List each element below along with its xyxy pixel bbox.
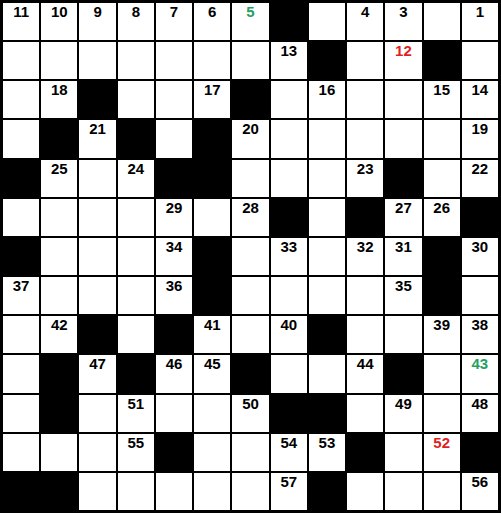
cell-r3c3-block [79,81,115,118]
cell-r1c4[interactable]: 8 [118,3,154,40]
clue-number: 27 [395,199,412,217]
clue-number: 37 [13,277,30,295]
cell-r9c5-block [156,316,192,353]
cell-r5c11-block [385,160,421,197]
cell-r4c6-block [194,120,230,157]
clue-number: 48 [472,395,489,413]
cell-r1c10[interactable]: 4 [347,3,383,40]
clue-number: 52 [433,434,450,452]
cell-r4c2-block [41,120,77,157]
cell-r1c5[interactable]: 7 [156,3,192,40]
cell-r7c5[interactable]: 34 [156,238,192,275]
cell-r3c2[interactable]: 18 [41,81,77,118]
clue-number: 19 [472,120,489,138]
clue-number: 9 [93,3,101,21]
cell-r5c6-block [194,160,230,197]
clue-number: 30 [472,238,489,256]
clue-number: 18 [51,81,68,99]
cell-r11c6[interactable] [194,395,230,432]
cell-r11c13[interactable]: 48 [462,395,498,432]
clue-number: 50 [242,395,259,413]
cell-r8c10[interactable] [347,277,383,314]
clue-number: 14 [472,81,489,99]
clue-number: 29 [166,199,183,217]
clue-number: 36 [166,277,183,295]
cell-r5c2[interactable]: 25 [41,160,77,197]
clue-number: 4 [361,3,369,21]
clue-number: 15 [433,81,450,99]
cell-r6c9[interactable] [309,199,345,236]
cell-r12c1[interactable] [3,434,39,471]
cell-r1c8-block [271,3,307,40]
cell-r8c4[interactable] [118,277,154,314]
cell-r1c11[interactable]: 3 [385,3,421,40]
cell-r7c8[interactable]: 33 [271,238,307,275]
cell-r9c11[interactable] [385,316,421,353]
cell-r9c4[interactable] [118,316,154,353]
clue-number: 11 [13,3,29,21]
clue-number: 21 [89,120,106,138]
clue-number: 3 [399,3,407,21]
clue-number: 46 [166,355,183,373]
clue-number: 12 [395,42,412,60]
clue-number: 40 [280,316,297,334]
cell-r3c11[interactable] [385,81,421,118]
crossword-board: 1110987654311312181716151421201925242322… [0,0,501,513]
cell-r4c7[interactable]: 20 [232,120,268,157]
cell-r4c8[interactable] [271,120,307,157]
cell-r5c10[interactable]: 23 [347,160,383,197]
cell-r7c4[interactable] [118,238,154,275]
cell-r3c6[interactable]: 17 [194,81,230,118]
clue-number: 47 [89,355,106,373]
clue-number: 33 [280,238,297,256]
cell-r2c6[interactable] [194,42,230,79]
cell-r12c9[interactable]: 53 [309,434,345,471]
cell-r7c10[interactable]: 32 [347,238,383,275]
cell-r9c6[interactable]: 41 [194,316,230,353]
cell-r7c11[interactable]: 31 [385,238,421,275]
cell-r1c9[interactable] [309,3,345,40]
clue-number: 56 [472,473,489,491]
cell-r13c9-block [309,473,345,510]
clue-number: 31 [395,238,412,256]
cell-r13c8[interactable]: 57 [271,473,307,510]
cell-r12c12[interactable]: 52 [424,434,460,471]
clue-number: 6 [208,3,216,21]
cell-r7c13[interactable]: 30 [462,238,498,275]
cell-r12c8[interactable]: 54 [271,434,307,471]
cell-r11c10[interactable] [347,395,383,432]
cell-r3c9[interactable]: 16 [309,81,345,118]
clue-number: 53 [319,434,336,452]
clue-number: 35 [395,277,412,295]
cell-r11c8-block [271,395,307,432]
cell-r11c7[interactable]: 50 [232,395,268,432]
cell-r5c3[interactable] [79,160,115,197]
cell-r2c8[interactable]: 13 [271,42,307,79]
cell-r9c8[interactable]: 40 [271,316,307,353]
cell-r4c9[interactable] [309,120,345,157]
cell-r10c12[interactable] [424,355,460,392]
cell-r6c10-block [347,199,383,236]
cell-r1c13[interactable]: 1 [462,3,498,40]
clue-number: 43 [472,355,489,373]
cell-r5c5-block [156,160,192,197]
clue-number: 16 [319,81,336,99]
cell-r1c7[interactable]: 5 [232,3,268,40]
cell-r2c7[interactable] [232,42,268,79]
cell-r8c11[interactable]: 35 [385,277,421,314]
cell-r1c6[interactable]: 6 [194,3,230,40]
cell-r8c7[interactable] [232,277,268,314]
cell-r7c7[interactable] [232,238,268,275]
clue-number: 7 [170,3,178,21]
cell-r6c3[interactable] [79,199,115,236]
clue-number: 26 [433,199,450,217]
clue-number: 23 [357,160,374,178]
cell-r13c6[interactable] [194,473,230,510]
cell-r3c7-block [232,81,268,118]
cell-r2c10[interactable] [347,42,383,79]
clue-number: 41 [204,316,221,334]
cell-r13c7[interactable] [232,473,268,510]
cell-r12c10-block [347,434,383,471]
cell-r6c12[interactable]: 26 [424,199,460,236]
cell-r2c4[interactable] [118,42,154,79]
cell-r6c4[interactable] [118,199,154,236]
cell-r7c9[interactable] [309,238,345,275]
clue-number: 34 [166,238,183,256]
cell-r2c9-block [309,42,345,79]
cell-r12c4[interactable]: 55 [118,434,154,471]
clue-number: 8 [132,3,140,21]
clue-number: 17 [204,81,221,99]
cell-r8c3[interactable] [79,277,115,314]
clue-number: 22 [472,160,489,178]
clue-number: 45 [204,355,221,373]
cell-r13c13[interactable]: 56 [462,473,498,510]
cell-r11c4[interactable]: 51 [118,395,154,432]
cell-r10c7-block [232,355,268,392]
cell-r11c9-block [309,395,345,432]
cell-r12c13-block [462,434,498,471]
clue-number: 57 [280,473,297,491]
cell-r6c6[interactable] [194,199,230,236]
cell-r13c5[interactable] [156,473,192,510]
cell-r5c12[interactable] [424,160,460,197]
cell-r3c1[interactable] [3,81,39,118]
clue-number: 38 [472,316,489,334]
cell-r1c2[interactable]: 10 [41,3,77,40]
cell-r13c3[interactable] [79,473,115,510]
cell-r5c1-block [3,160,39,197]
cell-r13c4[interactable] [118,473,154,510]
cell-r1c12[interactable] [424,3,460,40]
cell-r10c9[interactable] [309,355,345,392]
cell-r9c12[interactable]: 39 [424,316,460,353]
cell-r10c10[interactable]: 44 [347,355,383,392]
cell-r8c5[interactable]: 36 [156,277,192,314]
cell-r10c8[interactable] [271,355,307,392]
cell-r5c13[interactable]: 22 [462,160,498,197]
cell-r9c9-block [309,316,345,353]
cell-r8c9[interactable] [309,277,345,314]
cell-r7c2[interactable] [41,238,77,275]
clue-number: 1 [476,3,484,21]
cell-r3c4[interactable] [118,81,154,118]
clue-number: 49 [395,395,412,413]
cell-r11c3[interactable] [79,395,115,432]
cell-r6c1[interactable] [3,199,39,236]
clue-number: 51 [127,395,144,413]
clue-number: 44 [357,355,374,373]
cell-r1c3[interactable]: 9 [79,3,115,40]
cell-r10c3[interactable]: 47 [79,355,115,392]
cell-r12c11[interactable] [385,434,421,471]
clue-number: 28 [242,199,259,217]
cell-r5c7[interactable] [232,160,268,197]
cell-r8c13[interactable] [462,277,498,314]
cell-r9c13[interactable]: 38 [462,316,498,353]
cell-r8c8[interactable] [271,277,307,314]
cell-r3c5[interactable] [156,81,192,118]
cell-r13c2-block [41,473,77,510]
cell-r8c6-block [194,277,230,314]
clue-number: 55 [127,434,144,452]
cell-r10c1[interactable] [3,355,39,392]
cell-r11c1[interactable] [3,395,39,432]
cell-r6c8-block [271,199,307,236]
clue-number: 54 [280,434,297,452]
cell-r12c7[interactable] [232,434,268,471]
cell-r4c1[interactable] [3,120,39,157]
cell-r4c13[interactable]: 19 [462,120,498,157]
cell-r7c12-block [424,238,460,275]
cell-r8c12-block [424,277,460,314]
cell-r4c11[interactable] [385,120,421,157]
clue-number: 39 [433,316,450,334]
cell-r13c1-block [3,473,39,510]
clue-number: 42 [51,316,68,334]
cell-r2c3[interactable] [79,42,115,79]
cell-r5c8[interactable] [271,160,307,197]
cell-r8c2[interactable] [41,277,77,314]
cell-r6c13-block [462,199,498,236]
clue-number: 5 [246,3,254,21]
cell-r3c12[interactable]: 15 [424,81,460,118]
cell-r9c1[interactable] [3,316,39,353]
cell-r3c10[interactable] [347,81,383,118]
cell-r12c6[interactable] [194,434,230,471]
cell-r4c5[interactable] [156,120,192,157]
cell-r12c5-block [156,434,192,471]
cell-r12c2[interactable] [41,434,77,471]
clue-number: 32 [357,238,374,256]
cell-r9c2[interactable]: 42 [41,316,77,353]
clue-number: 10 [51,3,68,21]
cell-r10c2-block [41,355,77,392]
cell-r10c6[interactable]: 45 [194,355,230,392]
cell-r2c13[interactable] [462,42,498,79]
cell-r2c11[interactable]: 12 [385,42,421,79]
cell-r4c3[interactable]: 21 [79,120,115,157]
cell-r7c1-block [3,238,39,275]
cell-r10c13[interactable]: 43 [462,355,498,392]
clue-number: 20 [242,120,259,138]
clue-number: 25 [51,160,68,178]
clue-number: 13 [280,42,297,60]
cell-r9c10[interactable] [347,316,383,353]
cell-r6c2[interactable] [41,199,77,236]
cell-r10c4-block [118,355,154,392]
cell-r11c2-block [41,395,77,432]
cell-r6c11[interactable]: 27 [385,199,421,236]
cell-r11c11[interactable]: 49 [385,395,421,432]
cell-r10c5[interactable]: 46 [156,355,192,392]
cell-r13c12[interactable] [424,473,460,510]
cell-r6c5[interactable]: 29 [156,199,192,236]
cell-r13c10[interactable] [347,473,383,510]
cell-r2c2[interactable] [41,42,77,79]
cell-r5c9[interactable] [309,160,345,197]
cell-r5c4[interactable]: 24 [118,160,154,197]
cell-r3c8[interactable] [271,81,307,118]
cell-r1c1[interactable]: 11 [3,3,39,40]
cell-r2c5[interactable] [156,42,192,79]
cell-r4c4-block [118,120,154,157]
cell-r12c3[interactable] [79,434,115,471]
clue-number: 24 [127,160,144,178]
cell-r4c10[interactable] [347,120,383,157]
cell-r6c7[interactable]: 28 [232,199,268,236]
cell-r13c11[interactable] [385,473,421,510]
cell-r10c11-block [385,355,421,392]
cell-r4c12[interactable] [424,120,460,157]
cell-r8c1[interactable]: 37 [3,277,39,314]
cell-r9c7[interactable] [232,316,268,353]
cell-r3c13[interactable]: 14 [462,81,498,118]
cell-r7c3[interactable] [79,238,115,275]
cell-r9c3-block [79,316,115,353]
cell-r2c12-block [424,42,460,79]
cell-r11c5[interactable] [156,395,192,432]
cell-r7c6-block [194,238,230,275]
cell-r2c1[interactable] [3,42,39,79]
cell-r11c12[interactable] [424,395,460,432]
